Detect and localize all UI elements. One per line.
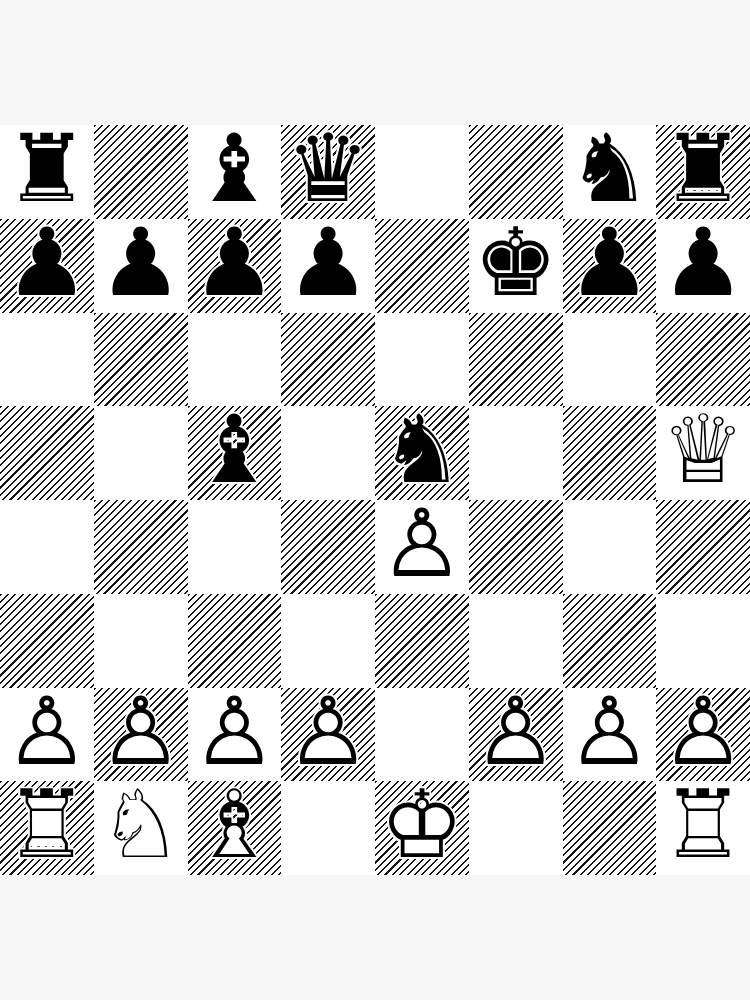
square-a5[interactable] bbox=[0, 406, 94, 500]
square-d1[interactable] bbox=[281, 781, 375, 875]
square-b1[interactable]: ♞♘ bbox=[94, 781, 188, 875]
square-g8[interactable]: ♞♞ bbox=[563, 125, 657, 219]
piece-glyph: ♛ bbox=[286, 122, 370, 216]
square-c3[interactable] bbox=[188, 594, 282, 688]
piece-black-pawn: ♟♟ bbox=[281, 219, 375, 313]
square-e5[interactable]: ♞♞ bbox=[375, 406, 469, 500]
piece-glyph: ♟ bbox=[98, 216, 182, 310]
square-e6[interactable] bbox=[375, 313, 469, 407]
square-f4[interactable] bbox=[469, 500, 563, 594]
piece-black-king: ♚♚ bbox=[469, 219, 563, 313]
piece-white-rook: ♜♖ bbox=[656, 781, 750, 875]
piece-black-bishop: ♝♝ bbox=[188, 406, 282, 500]
square-g3[interactable] bbox=[563, 594, 657, 688]
piece-glyph: ♝ bbox=[192, 122, 276, 216]
square-d6[interactable] bbox=[281, 313, 375, 407]
piece-glyph: ♔ bbox=[380, 778, 464, 872]
square-h2[interactable]: ♟♙ bbox=[656, 688, 750, 782]
piece-glyph: ♙ bbox=[473, 685, 557, 779]
square-d2[interactable]: ♟♙ bbox=[281, 688, 375, 782]
piece-white-pawn: ♟♙ bbox=[281, 688, 375, 782]
page-background: ♜♜♝♝♛♛♞♞♜♜♟♟♟♟♟♟♟♟♚♚♟♟♟♟♝♝♞♞♛♕♟♙♟♙♟♙♟♙♟♙… bbox=[0, 0, 750, 1000]
square-f7[interactable]: ♚♚ bbox=[469, 219, 563, 313]
piece-black-bishop: ♝♝ bbox=[188, 125, 282, 219]
square-d8[interactable]: ♛♛ bbox=[281, 125, 375, 219]
square-a7[interactable]: ♟♟ bbox=[0, 219, 94, 313]
square-h8[interactable]: ♜♜ bbox=[656, 125, 750, 219]
piece-glyph: ♙ bbox=[567, 685, 651, 779]
square-f2[interactable]: ♟♙ bbox=[469, 688, 563, 782]
piece-glyph: ♕ bbox=[661, 403, 745, 497]
piece-white-pawn: ♟♙ bbox=[188, 688, 282, 782]
square-d4[interactable] bbox=[281, 500, 375, 594]
piece-glyph: ♟ bbox=[567, 216, 651, 310]
piece-white-pawn: ♟♙ bbox=[563, 688, 657, 782]
piece-white-pawn: ♟♙ bbox=[94, 688, 188, 782]
piece-white-queen: ♛♕ bbox=[656, 406, 750, 500]
square-a4[interactable] bbox=[0, 500, 94, 594]
square-h1[interactable]: ♜♖ bbox=[656, 781, 750, 875]
square-e2[interactable] bbox=[375, 688, 469, 782]
piece-black-pawn: ♟♟ bbox=[188, 219, 282, 313]
piece-glyph: ♘ bbox=[98, 778, 182, 872]
chess-board: ♜♜♝♝♛♛♞♞♜♜♟♟♟♟♟♟♟♟♚♚♟♟♟♟♝♝♞♞♛♕♟♙♟♙♟♙♟♙♟♙… bbox=[0, 125, 750, 875]
square-f3[interactable] bbox=[469, 594, 563, 688]
piece-glyph: ♜ bbox=[5, 122, 89, 216]
piece-white-pawn: ♟♙ bbox=[375, 500, 469, 594]
piece-black-pawn: ♟♟ bbox=[563, 219, 657, 313]
piece-glyph: ♙ bbox=[286, 685, 370, 779]
piece-glyph: ♟ bbox=[5, 216, 89, 310]
square-f8[interactable] bbox=[469, 125, 563, 219]
square-c6[interactable] bbox=[188, 313, 282, 407]
square-a2[interactable]: ♟♙ bbox=[0, 688, 94, 782]
square-g4[interactable] bbox=[563, 500, 657, 594]
piece-black-pawn: ♟♟ bbox=[94, 219, 188, 313]
square-a6[interactable] bbox=[0, 313, 94, 407]
piece-glyph: ♙ bbox=[192, 685, 276, 779]
square-f6[interactable] bbox=[469, 313, 563, 407]
square-h5[interactable]: ♛♕ bbox=[656, 406, 750, 500]
square-b6[interactable] bbox=[94, 313, 188, 407]
piece-black-rook: ♜♜ bbox=[656, 125, 750, 219]
piece-white-bishop: ♝♗ bbox=[188, 781, 282, 875]
piece-glyph: ♞ bbox=[567, 122, 651, 216]
square-g6[interactable] bbox=[563, 313, 657, 407]
piece-glyph: ♖ bbox=[5, 778, 89, 872]
piece-glyph: ♟ bbox=[192, 216, 276, 310]
square-f5[interactable] bbox=[469, 406, 563, 500]
piece-black-pawn: ♟♟ bbox=[656, 219, 750, 313]
square-b4[interactable] bbox=[94, 500, 188, 594]
square-g2[interactable]: ♟♙ bbox=[563, 688, 657, 782]
square-f1[interactable] bbox=[469, 781, 563, 875]
piece-white-rook: ♜♖ bbox=[0, 781, 94, 875]
piece-glyph: ♟ bbox=[661, 216, 745, 310]
piece-glyph: ♙ bbox=[661, 685, 745, 779]
square-a1[interactable]: ♜♖ bbox=[0, 781, 94, 875]
square-c7[interactable]: ♟♟ bbox=[188, 219, 282, 313]
piece-glyph: ♙ bbox=[5, 685, 89, 779]
square-d5[interactable] bbox=[281, 406, 375, 500]
piece-glyph: ♚ bbox=[473, 216, 557, 310]
piece-glyph: ♟ bbox=[286, 216, 370, 310]
piece-white-pawn: ♟♙ bbox=[469, 688, 563, 782]
piece-white-king: ♚♔ bbox=[375, 781, 469, 875]
piece-black-pawn: ♟♟ bbox=[0, 219, 94, 313]
piece-glyph: ♙ bbox=[98, 685, 182, 779]
square-d7[interactable]: ♟♟ bbox=[281, 219, 375, 313]
square-a8[interactable]: ♜♜ bbox=[0, 125, 94, 219]
square-b5[interactable] bbox=[94, 406, 188, 500]
piece-white-pawn: ♟♙ bbox=[0, 688, 94, 782]
square-h6[interactable] bbox=[656, 313, 750, 407]
square-c4[interactable] bbox=[188, 500, 282, 594]
piece-black-queen: ♛♛ bbox=[281, 125, 375, 219]
square-c5[interactable]: ♝♝ bbox=[188, 406, 282, 500]
square-h3[interactable] bbox=[656, 594, 750, 688]
square-g7[interactable]: ♟♟ bbox=[563, 219, 657, 313]
square-b2[interactable]: ♟♙ bbox=[94, 688, 188, 782]
square-e7[interactable] bbox=[375, 219, 469, 313]
square-c1[interactable]: ♝♗ bbox=[188, 781, 282, 875]
square-c2[interactable]: ♟♙ bbox=[188, 688, 282, 782]
square-h4[interactable] bbox=[656, 500, 750, 594]
piece-glyph: ♝ bbox=[192, 403, 276, 497]
piece-glyph: ♙ bbox=[380, 497, 464, 591]
square-e8[interactable] bbox=[375, 125, 469, 219]
piece-glyph: ♖ bbox=[661, 778, 745, 872]
piece-black-knight: ♞♞ bbox=[375, 406, 469, 500]
piece-glyph: ♞ bbox=[380, 403, 464, 497]
square-b3[interactable] bbox=[94, 594, 188, 688]
square-g1[interactable] bbox=[563, 781, 657, 875]
piece-black-knight: ♞♞ bbox=[563, 125, 657, 219]
square-a3[interactable] bbox=[0, 594, 94, 688]
square-b7[interactable]: ♟♟ bbox=[94, 219, 188, 313]
piece-glyph: ♜ bbox=[661, 122, 745, 216]
square-h7[interactable]: ♟♟ bbox=[656, 219, 750, 313]
square-e4[interactable]: ♟♙ bbox=[375, 500, 469, 594]
piece-white-pawn: ♟♙ bbox=[656, 688, 750, 782]
square-b8[interactable] bbox=[94, 125, 188, 219]
piece-glyph: ♗ bbox=[192, 778, 276, 872]
square-g5[interactable] bbox=[563, 406, 657, 500]
square-e1[interactable]: ♚♔ bbox=[375, 781, 469, 875]
square-e3[interactable] bbox=[375, 594, 469, 688]
piece-white-knight: ♞♘ bbox=[94, 781, 188, 875]
square-d3[interactable] bbox=[281, 594, 375, 688]
piece-black-rook: ♜♜ bbox=[0, 125, 94, 219]
square-c8[interactable]: ♝♝ bbox=[188, 125, 282, 219]
